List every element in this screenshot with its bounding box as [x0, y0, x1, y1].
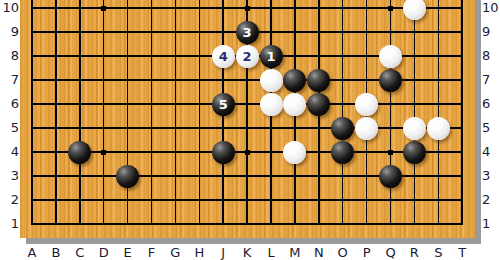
- move-number: 5: [212, 93, 235, 116]
- column-label-T: T: [452, 245, 472, 260]
- white-stone[interactable]: [427, 117, 450, 140]
- row-label-10: 10: [0, 0, 19, 16]
- white-stone[interactable]: [283, 141, 306, 164]
- black-stone[interactable]: [212, 141, 235, 164]
- row-label-10: 10: [482, 0, 500, 16]
- grid-line-vertical: [55, 0, 57, 225]
- row-label-4: 4: [0, 144, 19, 160]
- column-label-M: M: [285, 245, 305, 260]
- row-label-7: 7: [482, 72, 500, 88]
- row-label-6: 6: [0, 96, 19, 112]
- column-label-K: K: [237, 245, 257, 260]
- row-label-5: 5: [0, 120, 19, 136]
- row-label-1: 1: [482, 216, 500, 232]
- black-stone[interactable]: [379, 69, 402, 92]
- star-point: [388, 6, 393, 11]
- grid-line-horizontal: [31, 223, 463, 225]
- row-label-2: 2: [0, 192, 19, 208]
- white-stone[interactable]: [403, 0, 426, 20]
- star-point: [388, 150, 393, 155]
- black-stone[interactable]: [331, 117, 354, 140]
- grid-line-horizontal: [31, 199, 463, 201]
- board-shadow-right: [475, 0, 481, 244]
- white-stone[interactable]: [283, 93, 306, 116]
- move-number: 3: [236, 21, 259, 44]
- white-stone[interactable]: [355, 93, 378, 116]
- black-stone[interactable]: [307, 69, 330, 92]
- row-label-5: 5: [482, 120, 500, 136]
- black-stone[interactable]: [68, 141, 91, 164]
- white-stone[interactable]: [403, 117, 426, 140]
- grid-line-vertical: [175, 0, 177, 225]
- column-label-J: J: [213, 245, 233, 260]
- black-stone[interactable]: [307, 93, 330, 116]
- white-stone[interactable]: [260, 69, 283, 92]
- black-stone[interactable]: [283, 69, 306, 92]
- column-label-R: R: [404, 245, 424, 260]
- column-label-L: L: [261, 245, 281, 260]
- grid-line-vertical: [342, 0, 344, 225]
- row-label-1: 1: [0, 216, 19, 232]
- grid-line-vertical: [151, 0, 153, 225]
- row-label-8: 8: [0, 48, 19, 64]
- move-number: 4: [212, 45, 235, 68]
- column-label-P: P: [357, 245, 377, 260]
- column-label-H: H: [189, 245, 209, 260]
- black-stone[interactable]: [379, 165, 402, 188]
- white-stone[interactable]: [379, 45, 402, 68]
- grid-line-vertical: [103, 0, 105, 225]
- black-stone[interactable]: [331, 141, 354, 164]
- go-diagram: 53142 10987654321 10987654321 ABCDEFGHJK…: [0, 0, 500, 260]
- go-board[interactable]: 53142: [20, 0, 475, 238]
- grid-line-vertical: [390, 0, 392, 225]
- grid-line-vertical: [199, 0, 201, 225]
- row-label-4: 4: [482, 144, 500, 160]
- column-label-E: E: [118, 245, 138, 260]
- grid-line-vertical: [438, 0, 440, 225]
- row-label-3: 3: [0, 168, 19, 184]
- row-label-9: 9: [0, 24, 19, 40]
- row-label-8: 8: [482, 48, 500, 64]
- row-label-2: 2: [482, 192, 500, 208]
- row-label-7: 7: [0, 72, 19, 88]
- grid-line-vertical: [79, 0, 81, 225]
- column-label-O: O: [333, 245, 353, 260]
- row-label-3: 3: [482, 168, 500, 184]
- column-label-S: S: [428, 245, 448, 260]
- black-stone-move-5[interactable]: 5: [212, 93, 235, 116]
- column-label-F: F: [142, 245, 162, 260]
- grid-line-vertical: [127, 0, 129, 225]
- black-stone-move-1[interactable]: 1: [260, 45, 283, 68]
- black-stone[interactable]: [116, 165, 139, 188]
- column-label-B: B: [46, 245, 66, 260]
- grid-line-vertical: [461, 0, 463, 225]
- white-stone-move-4[interactable]: 4: [212, 45, 235, 68]
- column-label-C: C: [70, 245, 90, 260]
- move-number: 2: [236, 45, 259, 68]
- star-point: [245, 150, 250, 155]
- grid-line-horizontal: [31, 127, 463, 129]
- column-label-Q: Q: [381, 245, 401, 260]
- row-label-6: 6: [482, 96, 500, 112]
- black-stone[interactable]: [403, 141, 426, 164]
- star-point: [101, 6, 106, 11]
- white-stone[interactable]: [355, 117, 378, 140]
- white-stone[interactable]: [260, 93, 283, 116]
- column-label-N: N: [309, 245, 329, 260]
- star-point: [101, 150, 106, 155]
- star-point: [245, 6, 250, 11]
- grid-line-vertical: [414, 0, 416, 225]
- row-label-9: 9: [482, 24, 500, 40]
- white-stone-move-2[interactable]: 2: [236, 45, 259, 68]
- black-stone-move-3[interactable]: 3: [236, 21, 259, 44]
- move-number: 1: [260, 45, 283, 68]
- column-label-G: G: [165, 245, 185, 260]
- grid-line-vertical: [31, 0, 33, 225]
- column-label-D: D: [94, 245, 114, 260]
- grid-line-horizontal: [31, 103, 463, 105]
- board-shadow-bottom: [26, 238, 481, 244]
- column-label-A: A: [22, 245, 42, 260]
